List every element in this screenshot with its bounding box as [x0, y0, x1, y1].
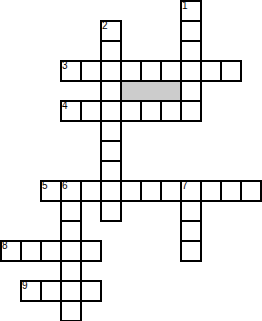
crossword-cell[interactable]: [61, 281, 81, 301]
clue-number: 9: [22, 281, 28, 291]
clue-number: 8: [2, 241, 8, 251]
crossword-cell[interactable]: [81, 181, 101, 201]
crossword-cell[interactable]: [101, 121, 121, 141]
crossword-cell[interactable]: [101, 181, 121, 201]
crossword-cell[interactable]: 7: [181, 181, 201, 201]
crossword-grid: 123456789: [0, 0, 262, 321]
crossword-cell[interactable]: [101, 161, 121, 181]
crossword-cell[interactable]: [41, 281, 61, 301]
clue-number: 3: [62, 61, 68, 71]
crossword-cell[interactable]: [121, 61, 141, 81]
clue-number: 1: [182, 1, 188, 11]
crossword-cell[interactable]: [181, 221, 201, 241]
crossword-cell[interactable]: [221, 61, 241, 81]
crossword-cell[interactable]: [181, 61, 201, 81]
crossword-cell[interactable]: [241, 181, 261, 201]
crossword-cell[interactable]: [181, 81, 201, 101]
crossword-cell[interactable]: [121, 101, 141, 121]
crossword-cell[interactable]: [41, 241, 61, 261]
crossword-cell[interactable]: [101, 201, 121, 221]
crossword-cell[interactable]: [181, 241, 201, 261]
crossword-cell[interactable]: [61, 301, 81, 321]
crossword-cell[interactable]: [181, 41, 201, 61]
crossword-cell[interactable]: [141, 61, 161, 81]
crossword-cell[interactable]: [141, 181, 161, 201]
crossword-cell[interactable]: 4: [61, 101, 81, 121]
crossword-cell[interactable]: [121, 181, 141, 201]
crossword-cell[interactable]: 6: [61, 181, 81, 201]
crossword-cell[interactable]: [101, 141, 121, 161]
crossword-cell[interactable]: [161, 181, 181, 201]
crossword-cell[interactable]: [181, 201, 201, 221]
crossword-cell-shaded[interactable]: [121, 81, 181, 101]
crossword-cell[interactable]: 5: [41, 181, 61, 201]
clue-number: 7: [182, 181, 188, 191]
crossword-cell[interactable]: 1: [181, 1, 201, 21]
crossword-cell[interactable]: [161, 101, 181, 121]
crossword-cell[interactable]: [101, 101, 121, 121]
crossword-cell[interactable]: 8: [1, 241, 21, 261]
crossword-cell[interactable]: [61, 221, 81, 241]
crossword-cell[interactable]: [101, 41, 121, 61]
crossword-cell[interactable]: 2: [101, 21, 121, 41]
crossword-cell[interactable]: [101, 81, 121, 101]
crossword-cell[interactable]: [161, 61, 181, 81]
clue-number: 5: [42, 181, 48, 191]
crossword-cell[interactable]: [81, 61, 101, 81]
crossword-cell[interactable]: [81, 281, 101, 301]
clue-number: 4: [62, 101, 68, 111]
crossword-cell[interactable]: [141, 101, 161, 121]
crossword-cell[interactable]: [201, 181, 221, 201]
crossword-cell[interactable]: [101, 61, 121, 81]
crossword-cell[interactable]: [181, 21, 201, 41]
crossword-cell[interactable]: 9: [21, 281, 41, 301]
crossword-cell[interactable]: [201, 61, 221, 81]
clue-number: 2: [102, 21, 108, 31]
crossword-cell[interactable]: [61, 261, 81, 281]
crossword-cell[interactable]: [61, 241, 81, 261]
crossword-cell[interactable]: [221, 181, 241, 201]
crossword-cell[interactable]: [61, 201, 81, 221]
crossword-cell[interactable]: [181, 101, 201, 121]
crossword-cell[interactable]: 3: [61, 61, 81, 81]
crossword-cell[interactable]: [81, 241, 101, 261]
clue-number: 6: [62, 181, 68, 191]
crossword-cell[interactable]: [81, 101, 101, 121]
crossword-cell[interactable]: [21, 241, 41, 261]
